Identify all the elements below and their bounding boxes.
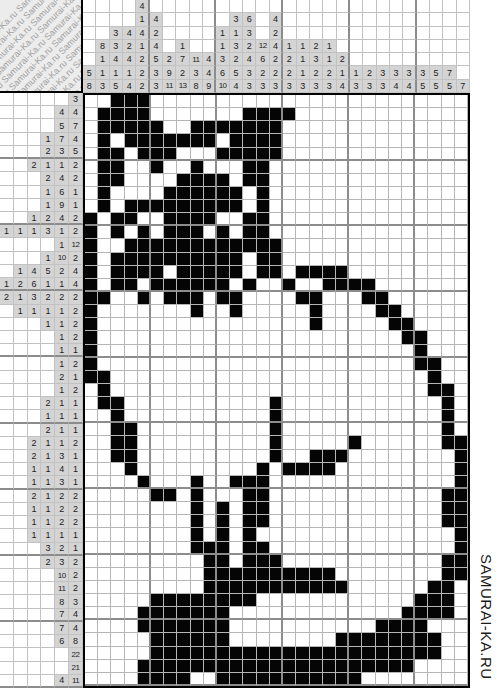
grid-cell-empty[interactable]	[204, 226, 217, 239]
grid-cell-filled[interactable]	[191, 489, 204, 502]
grid-cell-empty[interactable]	[362, 397, 375, 410]
grid-cell-empty[interactable]	[376, 450, 389, 463]
grid-cell-empty[interactable]	[389, 410, 402, 423]
grid-cell-empty[interactable]	[257, 633, 270, 646]
grid-cell-empty[interactable]	[111, 345, 124, 358]
grid-cell-empty[interactable]	[138, 318, 151, 331]
grid-cell-empty[interactable]	[191, 148, 204, 161]
grid-cell-empty[interactable]	[283, 436, 296, 449]
grid-cell-empty[interactable]	[217, 161, 230, 174]
grid-cell-empty[interactable]	[389, 226, 402, 239]
grid-cell-empty[interactable]	[415, 226, 428, 239]
grid-cell-empty[interactable]	[349, 292, 362, 305]
grid-cell-empty[interactable]	[85, 620, 98, 633]
grid-cell-empty[interactable]	[164, 305, 177, 318]
grid-cell-empty[interactable]	[138, 436, 151, 449]
grid-cell-filled[interactable]	[125, 213, 138, 226]
grid-cell-empty[interactable]	[428, 463, 441, 476]
grid-cell-empty[interactable]	[415, 581, 428, 594]
grid-cell-empty[interactable]	[270, 200, 283, 213]
grid-cell-empty[interactable]	[455, 121, 468, 134]
grid-cell-filled[interactable]	[442, 515, 455, 528]
grid-cell-empty[interactable]	[230, 226, 243, 239]
grid-cell-empty[interactable]	[310, 161, 323, 174]
grid-cell-filled[interactable]	[442, 607, 455, 620]
grid-cell-empty[interactable]	[85, 108, 98, 121]
grid-cell-empty[interactable]	[125, 660, 138, 673]
grid-cell-empty[interactable]	[98, 542, 111, 555]
grid-cell-filled[interactable]	[243, 647, 256, 660]
grid-cell-filled[interactable]	[283, 647, 296, 660]
grid-cell-empty[interactable]	[415, 239, 428, 252]
grid-cell-filled[interactable]	[243, 174, 256, 187]
grid-cell-empty[interactable]	[204, 95, 217, 108]
grid-cell-empty[interactable]	[98, 463, 111, 476]
grid-cell-empty[interactable]	[230, 384, 243, 397]
grid-cell-filled[interactable]	[191, 213, 204, 226]
grid-cell-empty[interactable]	[296, 423, 309, 436]
grid-cell-empty[interactable]	[336, 594, 349, 607]
grid-cell-empty[interactable]	[455, 187, 468, 200]
grid-cell-filled[interactable]	[270, 555, 283, 568]
grid-cell-empty[interactable]	[336, 358, 349, 371]
grid-cell-filled[interactable]	[125, 450, 138, 463]
grid-cell-empty[interactable]	[257, 594, 270, 607]
grid-cell-empty[interactable]	[257, 436, 270, 449]
grid-cell-filled[interactable]	[204, 121, 217, 134]
grid-cell-empty[interactable]	[376, 436, 389, 449]
grid-cell-empty[interactable]	[243, 345, 256, 358]
grid-cell-empty[interactable]	[164, 410, 177, 423]
grid-cell-empty[interactable]	[243, 410, 256, 423]
grid-cell-empty[interactable]	[125, 620, 138, 633]
grid-cell-empty[interactable]	[362, 542, 375, 555]
grid-cell-empty[interactable]	[270, 331, 283, 344]
grid-cell-filled[interactable]	[98, 200, 111, 213]
grid-cell-filled[interactable]	[336, 647, 349, 660]
grid-cell-empty[interactable]	[151, 581, 164, 594]
grid-cell-empty[interactable]	[336, 463, 349, 476]
grid-cell-filled[interactable]	[151, 200, 164, 213]
grid-cell-filled[interactable]	[125, 279, 138, 292]
grid-cell-empty[interactable]	[310, 108, 323, 121]
grid-cell-empty[interactable]	[164, 528, 177, 541]
grid-cell-empty[interactable]	[191, 358, 204, 371]
grid-cell-filled[interactable]	[177, 134, 190, 147]
grid-cell-empty[interactable]	[125, 318, 138, 331]
grid-cell-filled[interactable]	[415, 647, 428, 660]
grid-cell-empty[interactable]	[323, 95, 336, 108]
grid-cell-filled[interactable]	[455, 502, 468, 515]
grid-cell-empty[interactable]	[243, 423, 256, 436]
grid-cell-empty[interactable]	[389, 108, 402, 121]
grid-cell-empty[interactable]	[191, 345, 204, 358]
grid-cell-filled[interactable]	[191, 542, 204, 555]
grid-cell-filled[interactable]	[257, 660, 270, 673]
grid-cell-empty[interactable]	[191, 581, 204, 594]
grid-cell-filled[interactable]	[204, 213, 217, 226]
grid-cell-empty[interactable]	[98, 410, 111, 423]
grid-cell-empty[interactable]	[217, 384, 230, 397]
grid-cell-filled[interactable]	[257, 463, 270, 476]
grid-cell-empty[interactable]	[376, 108, 389, 121]
grid-cell-filled[interactable]	[125, 134, 138, 147]
grid-cell-empty[interactable]	[98, 358, 111, 371]
grid-cell-empty[interactable]	[376, 161, 389, 174]
grid-cell-empty[interactable]	[323, 489, 336, 502]
grid-cell-empty[interactable]	[296, 226, 309, 239]
grid-cell-empty[interactable]	[283, 174, 296, 187]
grid-cell-empty[interactable]	[125, 528, 138, 541]
grid-cell-empty[interactable]	[243, 450, 256, 463]
grid-cell-empty[interactable]	[151, 542, 164, 555]
grid-cell-empty[interactable]	[98, 266, 111, 279]
grid-cell-empty[interactable]	[323, 594, 336, 607]
grid-cell-filled[interactable]	[296, 568, 309, 581]
grid-cell-filled[interactable]	[323, 266, 336, 279]
grid-cell-empty[interactable]	[349, 371, 362, 384]
grid-cell-empty[interactable]	[177, 305, 190, 318]
grid-cell-empty[interactable]	[230, 423, 243, 436]
grid-cell-empty[interactable]	[336, 161, 349, 174]
grid-cell-empty[interactable]	[336, 305, 349, 318]
grid-cell-empty[interactable]	[349, 515, 362, 528]
grid-cell-filled[interactable]	[257, 568, 270, 581]
grid-cell-empty[interactable]	[323, 148, 336, 161]
grid-cell-empty[interactable]	[85, 515, 98, 528]
grid-cell-empty[interactable]	[415, 568, 428, 581]
grid-cell-empty[interactable]	[257, 358, 270, 371]
grid-cell-empty[interactable]	[111, 384, 124, 397]
grid-cell-filled[interactable]	[257, 542, 270, 555]
grid-cell-empty[interactable]	[164, 384, 177, 397]
grid-cell-empty[interactable]	[428, 148, 441, 161]
grid-cell-empty[interactable]	[283, 266, 296, 279]
grid-cell-empty[interactable]	[376, 200, 389, 213]
grid-cell-empty[interactable]	[336, 489, 349, 502]
grid-cell-empty[interactable]	[415, 161, 428, 174]
grid-cell-empty[interactable]	[389, 542, 402, 555]
grid-cell-empty[interactable]	[349, 528, 362, 541]
grid-cell-empty[interactable]	[336, 410, 349, 423]
grid-cell-empty[interactable]	[442, 647, 455, 660]
grid-cell-filled[interactable]	[243, 673, 256, 686]
grid-cell-filled[interactable]	[191, 515, 204, 528]
grid-cell-filled[interactable]	[204, 660, 217, 673]
grid-cell-filled[interactable]	[257, 673, 270, 686]
grid-cell-empty[interactable]	[376, 121, 389, 134]
grid-cell-empty[interactable]	[98, 239, 111, 252]
grid-cell-empty[interactable]	[125, 161, 138, 174]
grid-cell-empty[interactable]	[111, 187, 124, 200]
grid-cell-empty[interactable]	[362, 502, 375, 515]
grid-cell-empty[interactable]	[349, 607, 362, 620]
grid-cell-empty[interactable]	[283, 633, 296, 646]
grid-cell-empty[interactable]	[217, 108, 230, 121]
grid-cell-empty[interactable]	[362, 528, 375, 541]
grid-cell-empty[interactable]	[323, 200, 336, 213]
grid-cell-empty[interactable]	[376, 515, 389, 528]
grid-cell-filled[interactable]	[217, 239, 230, 252]
grid-cell-filled[interactable]	[323, 581, 336, 594]
grid-cell-filled[interactable]	[85, 318, 98, 331]
grid-cell-empty[interactable]	[151, 423, 164, 436]
grid-cell-empty[interactable]	[310, 226, 323, 239]
grid-cell-empty[interactable]	[402, 253, 415, 266]
grid-cell-filled[interactable]	[270, 134, 283, 147]
grid-cell-filled[interactable]	[151, 253, 164, 266]
grid-cell-empty[interactable]	[455, 148, 468, 161]
grid-cell-empty[interactable]	[296, 410, 309, 423]
grid-cell-empty[interactable]	[151, 397, 164, 410]
grid-cell-empty[interactable]	[111, 528, 124, 541]
grid-cell-filled[interactable]	[415, 345, 428, 358]
grid-cell-filled[interactable]	[164, 673, 177, 686]
grid-cell-empty[interactable]	[455, 213, 468, 226]
grid-cell-filled[interactable]	[283, 108, 296, 121]
grid-cell-filled[interactable]	[191, 633, 204, 646]
grid-cell-filled[interactable]	[455, 476, 468, 489]
grid-cell-filled[interactable]	[349, 647, 362, 660]
grid-cell-empty[interactable]	[442, 108, 455, 121]
grid-cell-empty[interactable]	[98, 673, 111, 686]
grid-cell-filled[interactable]	[336, 633, 349, 646]
grid-cell-empty[interactable]	[402, 200, 415, 213]
grid-cell-filled[interactable]	[310, 305, 323, 318]
grid-cell-empty[interactable]	[111, 647, 124, 660]
grid-cell-filled[interactable]	[455, 450, 468, 463]
grid-cell-filled[interactable]	[257, 239, 270, 252]
grid-cell-filled[interactable]	[442, 423, 455, 436]
grid-cell-filled[interactable]	[164, 213, 177, 226]
grid-cell-filled[interactable]	[455, 436, 468, 449]
grid-cell-empty[interactable]	[111, 633, 124, 646]
grid-cell-empty[interactable]	[442, 121, 455, 134]
grid-cell-empty[interactable]	[415, 660, 428, 673]
grid-cell-empty[interactable]	[310, 555, 323, 568]
grid-cell-empty[interactable]	[204, 148, 217, 161]
grid-cell-empty[interactable]	[138, 384, 151, 397]
grid-cell-filled[interactable]	[257, 148, 270, 161]
grid-cell-filled[interactable]	[283, 463, 296, 476]
grid-cell-empty[interactable]	[111, 620, 124, 633]
grid-cell-empty[interactable]	[125, 489, 138, 502]
grid-cell-empty[interactable]	[362, 318, 375, 331]
grid-cell-filled[interactable]	[296, 292, 309, 305]
grid-cell-empty[interactable]	[191, 95, 204, 108]
grid-cell-empty[interactable]	[296, 607, 309, 620]
grid-cell-empty[interactable]	[442, 476, 455, 489]
grid-cell-filled[interactable]	[257, 253, 270, 266]
grid-cell-empty[interactable]	[296, 174, 309, 187]
grid-cell-filled[interactable]	[243, 148, 256, 161]
grid-cell-empty[interactable]	[257, 279, 270, 292]
grid-cell-empty[interactable]	[177, 528, 190, 541]
grid-cell-empty[interactable]	[151, 502, 164, 515]
grid-cell-empty[interactable]	[389, 279, 402, 292]
grid-cell-empty[interactable]	[111, 371, 124, 384]
grid-cell-empty[interactable]	[98, 436, 111, 449]
grid-cell-filled[interactable]	[310, 266, 323, 279]
grid-cell-empty[interactable]	[151, 463, 164, 476]
grid-cell-empty[interactable]	[151, 384, 164, 397]
grid-cell-empty[interactable]	[164, 95, 177, 108]
grid-cell-empty[interactable]	[389, 423, 402, 436]
grid-cell-empty[interactable]	[310, 95, 323, 108]
grid-cell-filled[interactable]	[191, 528, 204, 541]
grid-cell-filled[interactable]	[138, 673, 151, 686]
grid-cell-empty[interactable]	[151, 450, 164, 463]
grid-cell-empty[interactable]	[204, 161, 217, 174]
grid-cell-empty[interactable]	[177, 555, 190, 568]
grid-cell-filled[interactable]	[164, 226, 177, 239]
grid-cell-filled[interactable]	[191, 226, 204, 239]
grid-cell-filled[interactable]	[85, 358, 98, 371]
grid-cell-empty[interactable]	[310, 358, 323, 371]
grid-cell-empty[interactable]	[442, 279, 455, 292]
grid-cell-empty[interactable]	[376, 581, 389, 594]
grid-cell-empty[interactable]	[191, 384, 204, 397]
grid-cell-empty[interactable]	[442, 542, 455, 555]
grid-cell-empty[interactable]	[164, 331, 177, 344]
grid-cell-filled[interactable]	[191, 253, 204, 266]
grid-cell-empty[interactable]	[402, 305, 415, 318]
grid-cell-empty[interactable]	[125, 542, 138, 555]
grid-cell-filled[interactable]	[270, 253, 283, 266]
grid-cell-empty[interactable]	[191, 410, 204, 423]
grid-cell-filled[interactable]	[85, 305, 98, 318]
grid-cell-empty[interactable]	[296, 95, 309, 108]
grid-cell-filled[interactable]	[243, 515, 256, 528]
grid-cell-empty[interactable]	[204, 384, 217, 397]
grid-cell-filled[interactable]	[402, 331, 415, 344]
grid-cell-empty[interactable]	[428, 318, 441, 331]
grid-cell-filled[interactable]	[323, 279, 336, 292]
grid-cell-filled[interactable]	[177, 213, 190, 226]
grid-cell-empty[interactable]	[151, 226, 164, 239]
grid-cell-empty[interactable]	[177, 436, 190, 449]
grid-cell-empty[interactable]	[402, 134, 415, 147]
grid-cell-filled[interactable]	[191, 266, 204, 279]
grid-cell-empty[interactable]	[257, 95, 270, 108]
grid-cell-filled[interactable]	[204, 239, 217, 252]
grid-cell-empty[interactable]	[138, 450, 151, 463]
grid-cell-filled[interactable]	[336, 450, 349, 463]
grid-cell-empty[interactable]	[283, 239, 296, 252]
grid-cell-empty[interactable]	[323, 187, 336, 200]
grid-cell-filled[interactable]	[164, 647, 177, 660]
grid-cell-filled[interactable]	[389, 633, 402, 646]
grid-cell-filled[interactable]	[138, 660, 151, 673]
grid-cell-empty[interactable]	[270, 607, 283, 620]
grid-cell-filled[interactable]	[111, 266, 124, 279]
grid-cell-empty[interactable]	[283, 397, 296, 410]
grid-cell-filled[interactable]	[138, 95, 151, 108]
grid-cell-filled[interactable]	[283, 673, 296, 686]
grid-cell-filled[interactable]	[349, 660, 362, 673]
grid-cell-empty[interactable]	[125, 292, 138, 305]
grid-cell-empty[interactable]	[415, 489, 428, 502]
grid-cell-filled[interactable]	[428, 371, 441, 384]
grid-cell-filled[interactable]	[402, 318, 415, 331]
grid-cell-empty[interactable]	[217, 358, 230, 371]
grid-cell-filled[interactable]	[270, 568, 283, 581]
grid-cell-empty[interactable]	[270, 502, 283, 515]
grid-cell-empty[interactable]	[455, 134, 468, 147]
grid-cell-empty[interactable]	[310, 213, 323, 226]
grid-cell-empty[interactable]	[349, 200, 362, 213]
grid-cell-empty[interactable]	[270, 292, 283, 305]
grid-cell-empty[interactable]	[98, 279, 111, 292]
grid-cell-empty[interactable]	[283, 358, 296, 371]
grid-cell-filled[interactable]	[270, 148, 283, 161]
grid-cell-filled[interactable]	[455, 515, 468, 528]
grid-cell-empty[interactable]	[111, 318, 124, 331]
grid-cell-empty[interactable]	[111, 200, 124, 213]
grid-cell-filled[interactable]	[204, 607, 217, 620]
grid-cell-empty[interactable]	[111, 594, 124, 607]
grid-cell-empty[interactable]	[85, 489, 98, 502]
grid-cell-empty[interactable]	[323, 226, 336, 239]
grid-cell-empty[interactable]	[389, 673, 402, 686]
grid-cell-empty[interactable]	[296, 489, 309, 502]
grid-cell-empty[interactable]	[230, 542, 243, 555]
grid-cell-empty[interactable]	[257, 345, 270, 358]
grid-cell-empty[interactable]	[257, 371, 270, 384]
grid-cell-filled[interactable]	[177, 620, 190, 633]
grid-cell-filled[interactable]	[376, 647, 389, 660]
grid-cell-empty[interactable]	[270, 371, 283, 384]
grid-cell-filled[interactable]	[230, 476, 243, 489]
grid-cell-empty[interactable]	[402, 476, 415, 489]
grid-cell-empty[interactable]	[415, 450, 428, 463]
grid-cell-empty[interactable]	[125, 397, 138, 410]
grid-cell-filled[interactable]	[428, 594, 441, 607]
grid-cell-empty[interactable]	[336, 200, 349, 213]
grid-cell-empty[interactable]	[362, 187, 375, 200]
grid-cell-empty[interactable]	[177, 121, 190, 134]
grid-cell-empty[interactable]	[296, 305, 309, 318]
grid-cell-filled[interactable]	[283, 581, 296, 594]
grid-cell-empty[interactable]	[138, 568, 151, 581]
grid-cell-empty[interactable]	[376, 331, 389, 344]
grid-cell-filled[interactable]	[151, 673, 164, 686]
grid-cell-filled[interactable]	[270, 397, 283, 410]
grid-cell-empty[interactable]	[125, 174, 138, 187]
grid-cell-empty[interactable]	[151, 174, 164, 187]
grid-cell-empty[interactable]	[362, 476, 375, 489]
grid-cell-empty[interactable]	[389, 358, 402, 371]
grid-cell-filled[interactable]	[217, 515, 230, 528]
grid-cell-filled[interactable]	[151, 121, 164, 134]
grid-cell-filled[interactable]	[310, 450, 323, 463]
grid-cell-filled[interactable]	[230, 187, 243, 200]
grid-cell-empty[interactable]	[362, 95, 375, 108]
grid-cell-filled[interactable]	[455, 542, 468, 555]
grid-cell-empty[interactable]	[415, 528, 428, 541]
grid-cell-empty[interactable]	[442, 134, 455, 147]
grid-cell-empty[interactable]	[164, 450, 177, 463]
grid-cell-empty[interactable]	[376, 607, 389, 620]
grid-cell-empty[interactable]	[455, 292, 468, 305]
grid-cell-empty[interactable]	[111, 607, 124, 620]
grid-cell-empty[interactable]	[230, 358, 243, 371]
grid-cell-filled[interactable]	[98, 371, 111, 384]
grid-cell-filled[interactable]	[336, 660, 349, 673]
grid-cell-empty[interactable]	[270, 515, 283, 528]
grid-cell-empty[interactable]	[296, 476, 309, 489]
grid-cell-empty[interactable]	[349, 476, 362, 489]
